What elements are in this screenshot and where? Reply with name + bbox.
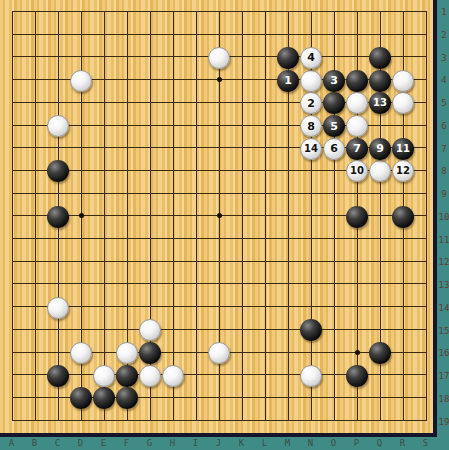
bottom-coordinate-G: G: [138, 438, 161, 448]
black-stone-C8: [47, 160, 69, 182]
white-stone-F16: [116, 342, 138, 364]
right-coordinate-15: 15: [436, 326, 449, 336]
move-5-black-stone-O6: 5: [323, 115, 345, 137]
right-coordinate-14: 14: [436, 303, 449, 313]
black-stone-P10: [346, 206, 368, 228]
move-number: 8: [307, 121, 315, 132]
move-10-white-stone-P8: 10: [346, 160, 368, 182]
move-number: 12: [396, 166, 410, 176]
black-stone-Q3: [369, 47, 391, 69]
move-number: 2: [307, 98, 315, 109]
grid-hline: [12, 306, 427, 307]
star-point: [79, 213, 84, 218]
white-stone-C6: [47, 115, 69, 137]
white-stone-D4: [70, 70, 92, 92]
move-12-white-stone-R8: 12: [392, 160, 414, 182]
move-number: 3: [330, 75, 338, 86]
go-board[interactable]: 1234567891011121314: [0, 0, 437, 437]
white-stone-H17: [162, 365, 184, 387]
white-stone-D16: [70, 342, 92, 364]
move-9-black-stone-Q7: 9: [369, 138, 391, 160]
move-number: 9: [376, 143, 384, 154]
white-stone-N4: [300, 70, 322, 92]
black-stone-F17: [116, 365, 138, 387]
bottom-coordinate-E: E: [92, 438, 115, 448]
right-coordinate-6: 6: [436, 121, 449, 131]
bottom-coordinate-H: H: [161, 438, 184, 448]
black-stone-P17: [346, 365, 368, 387]
move-4-white-stone-N3: 4: [300, 47, 322, 69]
right-coordinate-18: 18: [436, 394, 449, 404]
bottom-coordinate-Q: Q: [368, 438, 391, 448]
right-coordinate-2: 2: [436, 30, 449, 40]
right-coordinate-7: 7: [436, 144, 449, 154]
white-stone-P6: [346, 115, 368, 137]
white-stone-R4: [392, 70, 414, 92]
right-coordinate-9: 9: [436, 189, 449, 199]
diagram-background: 1234567891011121314 ABCDEFGHIJKLMNOPQRS …: [0, 0, 449, 450]
white-stone-R5: [392, 92, 414, 114]
move-number: 11: [396, 144, 410, 154]
bottom-coordinate-J: J: [207, 438, 230, 448]
move-8-white-stone-N6: 8: [300, 115, 322, 137]
right-coordinate-4: 4: [436, 75, 449, 85]
move-number: 7: [353, 143, 361, 154]
black-stone-Q16: [369, 342, 391, 364]
bottom-coordinate-I: I: [184, 438, 207, 448]
grid-vline: [242, 11, 243, 421]
white-stone-Q8: [369, 160, 391, 182]
right-coordinate-8: 8: [436, 166, 449, 176]
black-stone-R10: [392, 206, 414, 228]
right-coordinate-19: 19: [436, 417, 449, 427]
move-14-white-stone-N7: 14: [300, 138, 322, 160]
move-number: 14: [304, 144, 318, 154]
right-coordinate-11: 11: [436, 235, 449, 245]
black-stone-N15: [300, 319, 322, 341]
bottom-coordinate-R: R: [391, 438, 414, 448]
move-6-white-stone-O7: 6: [323, 138, 345, 160]
move-13-black-stone-Q5: 13: [369, 92, 391, 114]
star-point: [217, 213, 222, 218]
move-number: 5: [330, 121, 338, 132]
move-number: 6: [330, 143, 338, 154]
grid-vline: [265, 11, 266, 421]
white-stone-N17: [300, 365, 322, 387]
move-number: 1: [284, 75, 292, 86]
right-coordinate-10: 10: [436, 212, 449, 222]
grid-hline: [12, 261, 427, 262]
bottom-coordinate-B: B: [23, 438, 46, 448]
grid-hline: [12, 238, 427, 239]
right-coordinate-12: 12: [436, 257, 449, 267]
bottom-coordinate-P: P: [345, 438, 368, 448]
right-coordinate-13: 13: [436, 280, 449, 290]
bottom-coordinate-K: K: [230, 438, 253, 448]
black-stone-C17: [47, 365, 69, 387]
black-stone-O5: [323, 92, 345, 114]
bottom-coordinate-O: O: [322, 438, 345, 448]
bottom-coordinate-N: N: [299, 438, 322, 448]
black-stone-E18: [93, 387, 115, 409]
black-stone-D18: [70, 387, 92, 409]
grid-hline: [12, 283, 427, 284]
white-stone-J3: [208, 47, 230, 69]
white-stone-G15: [139, 319, 161, 341]
right-coordinate-3: 3: [436, 53, 449, 63]
bottom-coordinate-S: S: [414, 438, 437, 448]
right-coordinate-1: 1: [436, 7, 449, 17]
white-stone-G17: [139, 365, 161, 387]
bottom-coordinate-M: M: [276, 438, 299, 448]
move-11-black-stone-R7: 11: [392, 138, 414, 160]
star-point: [355, 350, 360, 355]
move-1-black-stone-M4: 1: [277, 70, 299, 92]
bottom-coordinate-D: D: [69, 438, 92, 448]
grid-hline: [12, 420, 427, 421]
bottom-coordinate-L: L: [253, 438, 276, 448]
move-2-white-stone-N5: 2: [300, 92, 322, 114]
white-stone-J16: [208, 342, 230, 364]
move-number: 10: [350, 166, 364, 176]
right-coordinate-5: 5: [436, 98, 449, 108]
black-stone-F18: [116, 387, 138, 409]
move-number: 13: [373, 98, 387, 108]
grid-hline: [12, 329, 427, 330]
move-number: 4: [307, 52, 315, 63]
move-3-black-stone-O4: 3: [323, 70, 345, 92]
white-stone-P5: [346, 92, 368, 114]
black-stone-M3: [277, 47, 299, 69]
black-stone-P4: [346, 70, 368, 92]
right-coordinate-17: 17: [436, 371, 449, 381]
bottom-coordinate-C: C: [46, 438, 69, 448]
bottom-coordinate-A: A: [0, 438, 23, 448]
star-point: [217, 77, 222, 82]
white-stone-C14: [47, 297, 69, 319]
grid-vline: [426, 11, 427, 421]
black-stone-G16: [139, 342, 161, 364]
right-coordinate-16: 16: [436, 348, 449, 358]
black-stone-Q4: [369, 70, 391, 92]
move-7-black-stone-P7: 7: [346, 138, 368, 160]
black-stone-C10: [47, 206, 69, 228]
bottom-coordinate-F: F: [115, 438, 138, 448]
white-stone-E17: [93, 365, 115, 387]
